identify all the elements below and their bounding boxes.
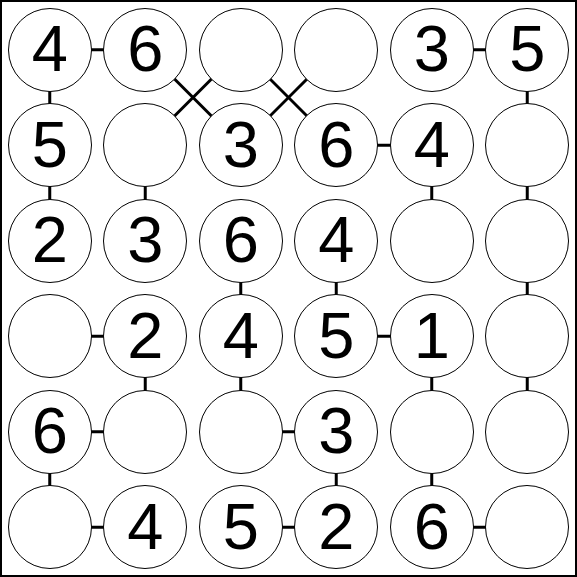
cell-circle-r5c1[interactable]: 6 <box>8 390 92 474</box>
cell-r4c2: 2 <box>98 289 194 385</box>
cell-circle-r4c3[interactable]: 4 <box>199 294 283 378</box>
cell-r4c5: 1 <box>384 289 480 385</box>
cell-value-given: 2 <box>127 303 163 368</box>
cell-r5c2 <box>98 384 194 480</box>
cell-circle-r4c2[interactable]: 2 <box>103 294 187 378</box>
cell-value-given: 5 <box>509 16 545 81</box>
cell-circle-r2c2[interactable] <box>103 103 187 187</box>
cell-circle-r1c1[interactable]: 4 <box>8 8 92 92</box>
cell-r3c6 <box>480 193 576 289</box>
cell-r3c5 <box>384 193 480 289</box>
cell-circle-r3c2[interactable]: 3 <box>103 199 187 283</box>
cell-r6c6 <box>480 480 576 576</box>
cell-r6c4: 2 <box>289 480 385 576</box>
cell-circle-r1c4[interactable] <box>294 8 378 92</box>
cell-value-given: 1 <box>414 303 450 368</box>
cell-r3c1: 2 <box>2 193 98 289</box>
cell-value-given: 5 <box>318 303 354 368</box>
cell-circle-r2c3[interactable]: 3 <box>199 103 283 187</box>
cell-circle-r5c4[interactable]: 3 <box>294 390 378 474</box>
cell-circle-r5c3[interactable] <box>199 390 283 474</box>
cell-value-given: 3 <box>414 16 450 81</box>
cell-r1c2: 6 <box>98 2 194 98</box>
cell-r4c1 <box>2 289 98 385</box>
cell-r5c3 <box>193 384 289 480</box>
cell-r6c2: 4 <box>98 480 194 576</box>
cell-value-given: 4 <box>127 494 163 559</box>
cell-circle-r2c4[interactable]: 6 <box>294 103 378 187</box>
cell-circle-r3c5[interactable] <box>390 199 474 283</box>
cell-circle-r4c4[interactable]: 5 <box>294 294 378 378</box>
cell-r3c4: 4 <box>289 193 385 289</box>
cell-circle-r5c2[interactable] <box>103 390 187 474</box>
cell-circle-r6c2[interactable]: 4 <box>103 485 187 569</box>
cell-circle-r4c1[interactable] <box>8 294 92 378</box>
cell-r1c3 <box>193 2 289 98</box>
cell-value-given: 6 <box>223 207 259 272</box>
cell-r6c3: 5 <box>193 480 289 576</box>
cell-circle-r2c1[interactable]: 5 <box>8 103 92 187</box>
cell-r4c4: 5 <box>289 289 385 385</box>
cell-r5c6 <box>480 384 576 480</box>
cell-value-given: 6 <box>127 16 163 81</box>
cell-r5c5 <box>384 384 480 480</box>
cell-value-given: 4 <box>32 16 68 81</box>
cell-circle-r6c3[interactable]: 5 <box>199 485 283 569</box>
cell-circle-r5c5[interactable] <box>390 390 474 474</box>
cell-r2c5: 4 <box>384 98 480 194</box>
cell-circle-r6c5[interactable]: 6 <box>390 485 474 569</box>
cell-value-given: 5 <box>223 494 259 559</box>
cell-value-given: 2 <box>32 207 68 272</box>
cell-r3c2: 3 <box>98 193 194 289</box>
cell-r2c6 <box>480 98 576 194</box>
cell-value-given: 6 <box>32 398 68 463</box>
cell-value-given: 6 <box>414 494 450 559</box>
strimko-board: 4635536423642451634526 <box>0 0 577 577</box>
cell-r1c4 <box>289 2 385 98</box>
cell-circle-r1c6[interactable]: 5 <box>485 8 569 92</box>
cell-circle-r2c6[interactable] <box>485 103 569 187</box>
cell-r5c1: 6 <box>2 384 98 480</box>
cell-value-given: 3 <box>318 398 354 463</box>
cell-value-given: 2 <box>318 494 354 559</box>
cell-r3c3: 6 <box>193 193 289 289</box>
cell-r1c6: 5 <box>480 2 576 98</box>
cell-value-given: 4 <box>414 112 450 177</box>
cell-r4c6 <box>480 289 576 385</box>
cell-r6c1 <box>2 480 98 576</box>
cell-circle-r4c6[interactable] <box>485 294 569 378</box>
cell-r1c5: 3 <box>384 2 480 98</box>
cell-r2c2 <box>98 98 194 194</box>
cell-r2c1: 5 <box>2 98 98 194</box>
cell-value-given: 6 <box>318 112 354 177</box>
cell-circle-r3c6[interactable] <box>485 199 569 283</box>
cell-value-given: 5 <box>32 112 68 177</box>
cell-value-given: 3 <box>127 207 163 272</box>
cell-value-given: 4 <box>318 207 354 272</box>
cell-circle-r1c5[interactable]: 3 <box>390 8 474 92</box>
cell-circle-r3c4[interactable]: 4 <box>294 199 378 283</box>
cell-circle-r2c5[interactable]: 4 <box>390 103 474 187</box>
cell-r2c3: 3 <box>193 98 289 194</box>
cell-r2c4: 6 <box>289 98 385 194</box>
cell-circle-r6c4[interactable]: 2 <box>294 485 378 569</box>
cell-circle-r1c2[interactable]: 6 <box>103 8 187 92</box>
cell-circle-r3c3[interactable]: 6 <box>199 199 283 283</box>
cell-r4c3: 4 <box>193 289 289 385</box>
cell-circle-r4c5[interactable]: 1 <box>390 294 474 378</box>
cell-circle-r1c3[interactable] <box>199 8 283 92</box>
cell-value-given: 4 <box>223 303 259 368</box>
cell-r5c4: 3 <box>289 384 385 480</box>
cell-circle-r6c1[interactable] <box>8 485 92 569</box>
cell-circle-r6c6[interactable] <box>485 485 569 569</box>
cell-r6c5: 6 <box>384 480 480 576</box>
cell-circle-r5c6[interactable] <box>485 390 569 474</box>
cell-circle-r3c1[interactable]: 2 <box>8 199 92 283</box>
cell-value-given: 3 <box>223 112 259 177</box>
cell-r1c1: 4 <box>2 2 98 98</box>
puzzle-grid: 4635536423642451634526 <box>2 2 575 575</box>
